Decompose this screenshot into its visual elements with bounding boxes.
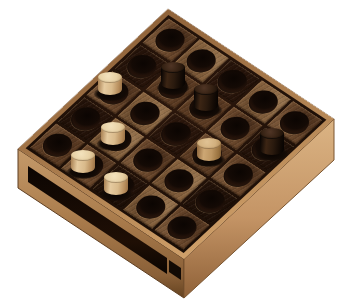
peg-light-r5c2[interactable] (71, 150, 95, 173)
peg-top (104, 172, 128, 183)
peg-black-r2c2[interactable] (161, 62, 185, 89)
peg-top (197, 138, 221, 149)
peg-light-r5c3[interactable] (104, 172, 128, 195)
peg-black-r2c3[interactable] (194, 84, 218, 111)
peg-light-r4c2[interactable] (101, 122, 125, 145)
peg-layer (0, 0, 360, 307)
peg-black-r2c5[interactable] (260, 128, 284, 155)
peg-light-r3c1[interactable] (98, 72, 122, 95)
peg-top (161, 62, 185, 73)
peg-top (194, 84, 218, 95)
peg-top (101, 122, 125, 133)
peg-tan-r3c4[interactable] (197, 138, 221, 161)
peg-top (98, 72, 122, 83)
peg-top (71, 150, 95, 161)
product-photo-canvas (0, 0, 360, 307)
